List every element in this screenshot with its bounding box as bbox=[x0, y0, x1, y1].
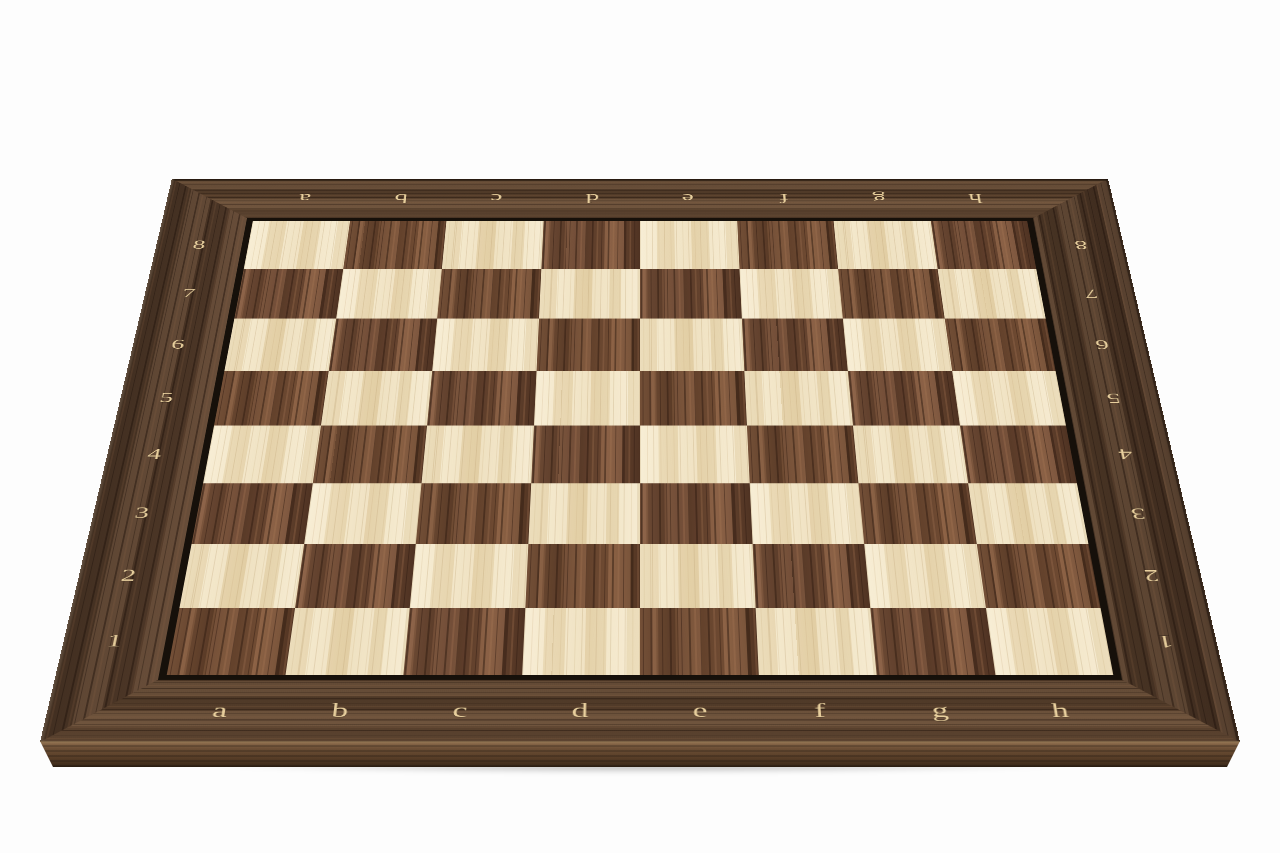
square-h5 bbox=[952, 371, 1066, 426]
square-a8 bbox=[244, 221, 350, 268]
square-b6 bbox=[328, 319, 437, 371]
square-h7 bbox=[937, 269, 1045, 319]
square-e4 bbox=[640, 426, 749, 484]
rank-label-right-6: 6 bbox=[1052, 319, 1153, 371]
square-b4 bbox=[312, 426, 427, 484]
square-b5 bbox=[321, 371, 433, 426]
file-label-top-h: h bbox=[924, 179, 1026, 219]
square-a6 bbox=[224, 319, 335, 371]
square-f6 bbox=[741, 319, 847, 371]
square-e2 bbox=[640, 544, 755, 608]
board-squares bbox=[167, 221, 1114, 675]
file-label-bottom-a: a bbox=[154, 680, 284, 742]
square-d8 bbox=[541, 221, 640, 268]
square-h3 bbox=[968, 483, 1089, 544]
square-h6 bbox=[944, 319, 1055, 371]
file-label-top-g: g bbox=[830, 179, 930, 219]
file-label-bottom-f: f bbox=[759, 680, 883, 742]
square-c5 bbox=[427, 371, 536, 426]
square-e5 bbox=[640, 371, 746, 426]
square-c6 bbox=[432, 319, 538, 371]
square-d6 bbox=[536, 319, 640, 371]
rank-label-left-7: 7 bbox=[139, 269, 237, 319]
file-label-bottom-b: b bbox=[276, 680, 403, 742]
rank-label-right-2: 2 bbox=[1096, 544, 1209, 608]
square-g6 bbox=[843, 319, 952, 371]
square-f8 bbox=[737, 221, 838, 268]
square-f2 bbox=[752, 544, 870, 608]
square-g2 bbox=[864, 544, 985, 608]
square-c8 bbox=[442, 221, 543, 268]
square-c3 bbox=[416, 483, 531, 544]
square-e6 bbox=[640, 319, 744, 371]
square-h4 bbox=[959, 426, 1076, 484]
file-labels-top: abcdefgh bbox=[253, 179, 1026, 219]
rank-label-right-4: 4 bbox=[1073, 426, 1179, 484]
rank-label-right-8: 8 bbox=[1034, 221, 1130, 268]
file-label-bottom-h: h bbox=[996, 680, 1126, 742]
square-a1 bbox=[167, 608, 295, 675]
rank-label-left-8: 8 bbox=[151, 221, 247, 268]
square-a3 bbox=[192, 483, 313, 544]
square-e8 bbox=[640, 221, 739, 268]
square-h1 bbox=[985, 608, 1113, 675]
rank-label-right-7: 7 bbox=[1043, 269, 1141, 319]
square-a5 bbox=[214, 371, 328, 426]
rank-label-left-3: 3 bbox=[86, 483, 195, 544]
square-a4 bbox=[203, 426, 320, 484]
square-e7 bbox=[640, 269, 741, 319]
square-a7 bbox=[234, 269, 342, 319]
rank-label-left-5: 5 bbox=[114, 371, 217, 426]
square-g7 bbox=[838, 269, 944, 319]
square-b3 bbox=[304, 483, 422, 544]
square-b2 bbox=[295, 544, 416, 608]
file-label-top-d: d bbox=[543, 179, 640, 219]
square-g4 bbox=[853, 426, 968, 484]
product-photo-scene: abcdefgh abcdefgh 87654321 87654321 bbox=[0, 0, 1280, 853]
chessboard: abcdefgh abcdefgh 87654321 87654321 bbox=[40, 179, 1240, 742]
rank-label-left-4: 4 bbox=[101, 426, 207, 484]
square-f1 bbox=[755, 608, 877, 675]
square-b7 bbox=[336, 269, 442, 319]
file-label-top-c: c bbox=[447, 179, 546, 219]
square-g3 bbox=[858, 483, 976, 544]
file-label-top-a: a bbox=[253, 179, 355, 219]
square-e1 bbox=[640, 608, 758, 675]
square-d7 bbox=[539, 269, 640, 319]
rank-label-right-3: 3 bbox=[1084, 483, 1193, 544]
square-a2 bbox=[179, 544, 303, 608]
square-d1 bbox=[522, 608, 640, 675]
square-c7 bbox=[437, 269, 541, 319]
square-g5 bbox=[848, 371, 960, 426]
square-b8 bbox=[343, 221, 447, 268]
rank-label-left-1: 1 bbox=[56, 608, 172, 675]
square-d4 bbox=[531, 426, 640, 484]
file-label-bottom-c: c bbox=[397, 680, 521, 742]
rank-label-right-1: 1 bbox=[1108, 608, 1224, 675]
square-c1 bbox=[403, 608, 525, 675]
rank-label-left-6: 6 bbox=[127, 319, 228, 371]
square-c4 bbox=[422, 426, 534, 484]
square-d2 bbox=[525, 544, 640, 608]
file-labels-bottom: abcdefgh bbox=[154, 680, 1126, 742]
file-label-bottom-d: d bbox=[519, 680, 641, 742]
square-d5 bbox=[534, 371, 640, 426]
square-d3 bbox=[528, 483, 640, 544]
board-front-edge bbox=[40, 741, 1240, 767]
square-g1 bbox=[870, 608, 995, 675]
file-label-bottom-e: e bbox=[640, 680, 762, 742]
square-c2 bbox=[410, 544, 528, 608]
file-label-bottom-g: g bbox=[877, 680, 1004, 742]
square-f7 bbox=[739, 269, 843, 319]
square-h2 bbox=[976, 544, 1100, 608]
square-f3 bbox=[749, 483, 864, 544]
square-e3 bbox=[640, 483, 752, 544]
square-g8 bbox=[834, 221, 938, 268]
file-label-top-f: f bbox=[735, 179, 834, 219]
square-f5 bbox=[744, 371, 853, 426]
square-b1 bbox=[285, 608, 410, 675]
square-f4 bbox=[746, 426, 858, 484]
rank-label-right-5: 5 bbox=[1062, 371, 1165, 426]
file-label-top-e: e bbox=[640, 179, 737, 219]
rank-label-left-2: 2 bbox=[71, 544, 184, 608]
square-h8 bbox=[930, 221, 1036, 268]
file-label-top-b: b bbox=[350, 179, 450, 219]
